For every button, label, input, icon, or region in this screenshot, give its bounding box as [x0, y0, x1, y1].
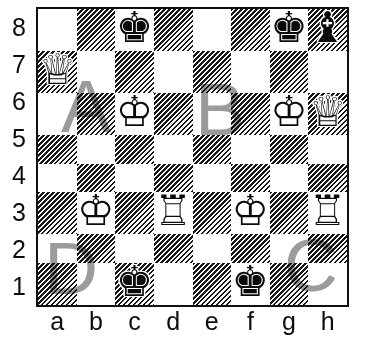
file-label-g: g [270, 306, 309, 336]
square-e8 [193, 9, 232, 51]
piece-black-king: ♚♚ [231, 263, 270, 305]
square-g8: ♚♚ [270, 9, 309, 51]
rank-label-8: 8 [4, 9, 34, 46]
rank-label-2: 2 [4, 231, 34, 268]
square-g4 [270, 164, 309, 193]
chess-diagram: 87654321 ♚♚♚♚♝♝♛♕♚♔♚♔♛♕♚♔♜♖♚♔♜♖♚♚♚♚ ABCD… [0, 0, 376, 340]
square-b1 [77, 263, 116, 305]
square-c4 [115, 164, 154, 193]
square-e7 [193, 51, 232, 93]
board-grid: ♚♚♚♚♝♝♛♕♚♔♚♔♛♕♚♔♜♖♚♔♜♖♚♚♚♚ [38, 9, 347, 305]
square-b3: ♚♔ [77, 192, 116, 234]
file-label-b: b [77, 306, 116, 336]
piece-white-rook: ♜♖ [308, 192, 347, 234]
rank-labels: 87654321 [4, 9, 34, 305]
square-d6 [154, 93, 193, 135]
square-c3 [115, 192, 154, 234]
square-a5 [38, 135, 77, 164]
file-label-a: a [38, 306, 77, 336]
square-b7 [77, 51, 116, 93]
square-d8 [154, 9, 193, 51]
square-f7 [231, 51, 270, 93]
square-a6 [38, 93, 77, 135]
square-f6 [231, 93, 270, 135]
square-d5 [154, 135, 193, 164]
square-a1 [38, 263, 77, 305]
square-h3: ♜♖ [308, 192, 347, 234]
square-g2 [270, 234, 309, 263]
file-label-c: c [115, 306, 154, 336]
rank-label-5: 5 [4, 120, 34, 157]
square-e2 [193, 234, 232, 263]
piece-white-king: ♚♔ [270, 93, 309, 135]
piece-black-king: ♚♚ [115, 9, 154, 51]
square-a7: ♛♕ [38, 51, 77, 93]
rank-label-1: 1 [4, 268, 34, 305]
square-c1: ♚♚ [115, 263, 154, 305]
square-g5 [270, 135, 309, 164]
file-label-h: h [308, 306, 347, 336]
square-a3 [38, 192, 77, 234]
square-g1 [270, 263, 309, 305]
square-h8: ♝♝ [308, 9, 347, 51]
square-c5 [115, 135, 154, 164]
square-d7 [154, 51, 193, 93]
square-a4 [38, 164, 77, 193]
square-h6: ♛♕ [308, 93, 347, 135]
square-h2 [308, 234, 347, 263]
chess-board: ♚♚♚♚♝♝♛♕♚♔♚♔♛♕♚♔♜♖♚♔♜♖♚♚♚♚ ABCD [36, 7, 349, 307]
file-labels: abcdefgh [38, 306, 347, 336]
square-f8 [231, 9, 270, 51]
square-a2 [38, 234, 77, 263]
rank-label-4: 4 [4, 157, 34, 194]
piece-white-king: ♚♔ [77, 192, 116, 234]
square-e5 [193, 135, 232, 164]
square-h5 [308, 135, 347, 164]
rank-label-7: 7 [4, 46, 34, 83]
square-d1 [154, 263, 193, 305]
square-b8 [77, 9, 116, 51]
square-b2 [77, 234, 116, 263]
file-label-d: d [154, 306, 193, 336]
square-f3: ♚♔ [231, 192, 270, 234]
square-h1 [308, 263, 347, 305]
file-label-f: f [231, 306, 270, 336]
file-label-e: e [193, 306, 232, 336]
piece-white-rook: ♜♖ [154, 192, 193, 234]
square-c8: ♚♚ [115, 9, 154, 51]
square-g6: ♚♔ [270, 93, 309, 135]
square-f5 [231, 135, 270, 164]
square-f1: ♚♚ [231, 263, 270, 305]
rank-label-6: 6 [4, 83, 34, 120]
square-g3 [270, 192, 309, 234]
piece-white-queen: ♛♕ [38, 51, 77, 93]
square-e6 [193, 93, 232, 135]
rank-label-3: 3 [4, 194, 34, 231]
piece-white-king: ♚♔ [231, 192, 270, 234]
square-e3 [193, 192, 232, 234]
square-e1 [193, 263, 232, 305]
square-d2 [154, 234, 193, 263]
piece-white-queen: ♛♕ [308, 93, 347, 135]
square-e4 [193, 164, 232, 193]
square-d3: ♜♖ [154, 192, 193, 234]
piece-black-king: ♚♚ [270, 9, 309, 51]
piece-white-king: ♚♔ [115, 93, 154, 135]
piece-black-king: ♚♚ [115, 263, 154, 305]
square-b5 [77, 135, 116, 164]
square-b6 [77, 93, 116, 135]
piece-black-bishop: ♝♝ [308, 9, 347, 51]
square-c6: ♚♔ [115, 93, 154, 135]
